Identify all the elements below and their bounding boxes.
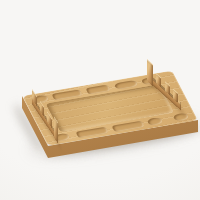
front-rim-recess-round-corner <box>172 112 190 121</box>
product-photo <box>0 0 200 200</box>
front-rim-recess-round-mid <box>146 117 164 126</box>
right-rack-tall-post <box>147 59 153 86</box>
